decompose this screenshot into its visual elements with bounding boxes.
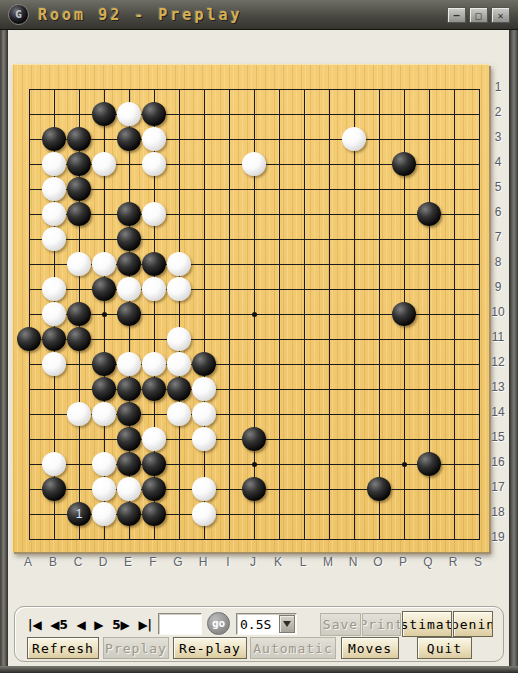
black-stone-J17 (242, 477, 266, 501)
row-label-12: 12 (489, 355, 507, 369)
white-stone-H15 (192, 427, 216, 451)
black-stone-E13 (117, 377, 141, 401)
moves-button[interactable]: Moves (341, 637, 399, 659)
white-stone-J4 (242, 152, 266, 176)
row-label-5: 5 (489, 180, 507, 194)
quit-button[interactable]: Quit (417, 637, 472, 659)
column-label-H: H (196, 555, 210, 569)
row-label-4: 4 (489, 155, 507, 169)
white-stone-G11 (167, 327, 191, 351)
black-stone-C10 (67, 302, 91, 326)
white-stone-C14 (67, 402, 91, 426)
row-label-15: 15 (489, 430, 507, 444)
app-window: G Room 92 - Preplay — □ ✕ 1 ABCDEFGHIJKL… (0, 0, 518, 673)
dropdown-arrow-button[interactable] (279, 615, 295, 633)
row-label-6: 6 (489, 205, 507, 219)
white-stone-B12 (42, 352, 66, 376)
white-stone-D4 (92, 152, 116, 176)
app-logo-icon: G (8, 4, 29, 25)
row-label-3: 3 (489, 130, 507, 144)
column-label-I: I (221, 555, 235, 569)
nav-forward-1-button[interactable]: ▶ (94, 618, 103, 632)
white-stone-F12 (142, 352, 166, 376)
row-label-14: 14 (489, 405, 507, 419)
white-stone-E12 (117, 352, 141, 376)
white-stone-D14 (92, 402, 116, 426)
black-stone-E16 (117, 452, 141, 476)
refresh-button[interactable]: Refresh (27, 637, 99, 659)
star-point-J10 (252, 312, 257, 317)
black-stone-C4 (67, 152, 91, 176)
white-stone-B10 (42, 302, 66, 326)
automatic-button[interactable]: Automatic (250, 637, 336, 659)
speed-value: 0.5S (237, 617, 279, 632)
black-stone-E14 (117, 402, 141, 426)
column-label-A: A (21, 555, 35, 569)
row-label-8: 8 (489, 255, 507, 269)
column-label-E: E (121, 555, 135, 569)
white-stone-F3 (142, 127, 166, 151)
white-stone-E9 (117, 277, 141, 301)
black-stone-F8 (142, 252, 166, 276)
white-stone-G14 (167, 402, 191, 426)
black-stone-O17 (367, 477, 391, 501)
white-stone-G9 (167, 277, 191, 301)
column-label-B: B (46, 555, 60, 569)
black-stone-E3 (117, 127, 141, 151)
row-label-16: 16 (489, 455, 507, 469)
maximize-button[interactable]: □ (469, 7, 488, 23)
black-stone-E18 (117, 502, 141, 526)
row-label-11: 11 (489, 330, 507, 344)
column-label-J: J (246, 555, 260, 569)
white-stone-B6 (42, 202, 66, 226)
black-stone-E8 (117, 252, 141, 276)
minimize-button[interactable]: — (447, 7, 466, 23)
black-stone-A11 (17, 327, 41, 351)
column-label-Q: Q (421, 555, 435, 569)
column-label-R: R (446, 555, 460, 569)
black-stone-E10 (117, 302, 141, 326)
row-label-9: 9 (489, 280, 507, 294)
replay-navigation: |◀◀5◀▶5▶▶| (28, 615, 152, 635)
white-stone-E2 (117, 102, 141, 126)
black-stone-F16 (142, 452, 166, 476)
black-stone-D9 (92, 277, 116, 301)
white-stone-D16 (92, 452, 116, 476)
nav-back-1-button[interactable]: ◀ (76, 618, 85, 632)
black-stone-D2 (92, 102, 116, 126)
white-stone-H17 (192, 477, 216, 501)
go-board[interactable]: 1 (12, 64, 489, 552)
white-stone-H18 (192, 502, 216, 526)
estimate-button[interactable]: stimat (402, 611, 452, 637)
title-bar: G Room 92 - Preplay — □ ✕ (0, 0, 518, 30)
preplay-button[interactable]: Preplay (103, 637, 169, 659)
white-stone-F9 (142, 277, 166, 301)
nav-forward-5-button[interactable]: 5▶ (112, 618, 130, 632)
black-stone-F18 (142, 502, 166, 526)
column-label-O: O (371, 555, 385, 569)
black-stone-H12 (192, 352, 216, 376)
white-stone-H13 (192, 377, 216, 401)
black-stone-D13 (92, 377, 116, 401)
black-stone-G13 (167, 377, 191, 401)
nav-last-button[interactable]: ▶| (138, 618, 152, 632)
black-stone-E15 (117, 427, 141, 451)
nav-back-5-button[interactable]: ◀5 (50, 618, 68, 632)
white-stone-B7 (42, 227, 66, 251)
row-label-7: 7 (489, 230, 507, 244)
black-stone-B17 (42, 477, 66, 501)
black-stone-B11 (42, 327, 66, 351)
black-stone-F2 (142, 102, 166, 126)
column-label-F: F (146, 555, 160, 569)
black-stone-F13 (142, 377, 166, 401)
window-border-bottom (0, 666, 518, 673)
white-stone-E17 (117, 477, 141, 501)
last-move-number: 1 (76, 507, 83, 521)
white-stone-F15 (142, 427, 166, 451)
go-board-grid[interactable]: 1 (29, 89, 480, 540)
white-stone-G8 (167, 252, 191, 276)
black-stone-Q6 (417, 202, 441, 226)
white-stone-B4 (42, 152, 66, 176)
white-stone-N3 (342, 127, 366, 151)
column-label-L: L (296, 555, 310, 569)
column-label-S: S (471, 555, 485, 569)
column-label-K: K (271, 555, 285, 569)
black-stone-Q16 (417, 452, 441, 476)
black-stone-D12 (92, 352, 116, 376)
white-stone-C8 (67, 252, 91, 276)
column-label-N: N (346, 555, 360, 569)
window-border-left (0, 30, 8, 666)
white-stone-D17 (92, 477, 116, 501)
column-label-M: M (321, 555, 335, 569)
black-stone-E7 (117, 227, 141, 251)
black-stone-E6 (117, 202, 141, 226)
black-stone-J15 (242, 427, 266, 451)
print-button[interactable]: Print (362, 613, 401, 636)
white-stone-D8 (92, 252, 116, 276)
white-stone-F6 (142, 202, 166, 226)
close-button[interactable]: ✕ (491, 7, 510, 23)
white-stone-B16 (42, 452, 66, 476)
white-stone-H14 (192, 402, 216, 426)
window-title: Room 92 - Preplay (38, 6, 243, 24)
save-button[interactable]: Save (320, 613, 361, 636)
black-stone-B3 (42, 127, 66, 151)
go-button[interactable]: go (207, 612, 230, 635)
star-point-J16 (252, 462, 257, 467)
row-label-13: 13 (489, 380, 507, 394)
row-label-17: 17 (489, 480, 507, 494)
white-stone-G12 (167, 352, 191, 376)
black-stone-P10 (392, 302, 416, 326)
black-stone-C6 (67, 202, 91, 226)
black-stone-F17 (142, 477, 166, 501)
star-point-P16 (402, 462, 407, 467)
column-label-P: P (396, 555, 410, 569)
replay-button[interactable]: Re-play (173, 637, 247, 659)
nav-first-button[interactable]: |◀ (28, 618, 42, 632)
black-stone-C5 (67, 177, 91, 201)
black-stone-C3 (67, 127, 91, 151)
black-stone-C18: 1 (67, 502, 91, 526)
row-label-2: 2 (489, 105, 507, 119)
white-stone-D18 (92, 502, 116, 526)
row-label-18: 18 (489, 505, 507, 519)
window-controls: — □ ✕ (447, 7, 510, 23)
black-stone-C11 (67, 327, 91, 351)
black-stone-P4 (392, 152, 416, 176)
white-stone-B5 (42, 177, 66, 201)
row-label-1: 1 (489, 80, 507, 94)
speed-dropdown[interactable]: 0.5S (236, 613, 297, 635)
column-label-G: G (171, 555, 185, 569)
column-label-D: D (96, 555, 110, 569)
opening-button[interactable]: penin (453, 611, 493, 637)
row-label-19: 19 (489, 530, 507, 544)
move-number-input[interactable] (158, 613, 202, 635)
row-label-10: 10 (489, 305, 507, 319)
white-stone-B9 (42, 277, 66, 301)
window-border-right (509, 30, 518, 666)
column-label-C: C (71, 555, 85, 569)
chevron-down-icon (283, 621, 291, 627)
white-stone-F4 (142, 152, 166, 176)
star-point-D10 (102, 312, 107, 317)
